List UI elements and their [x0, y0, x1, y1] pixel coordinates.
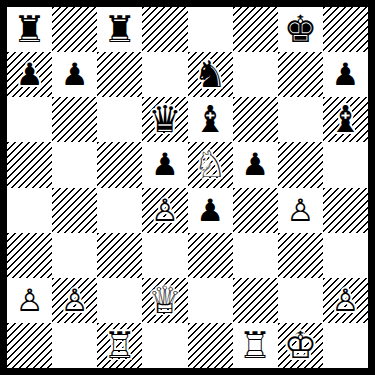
square-f5: ♟ [233, 142, 278, 187]
square-c4 [97, 188, 142, 233]
square-f8 [233, 7, 278, 52]
black-rook-icon: ♜ [13, 11, 46, 48]
square-b8 [52, 7, 97, 52]
black-pawn-icon: ♟ [241, 149, 269, 180]
square-h3 [323, 233, 368, 278]
black-pawn-icon: ♟ [151, 149, 179, 180]
white-pawn-icon: ♙ [151, 195, 179, 226]
square-c3 [97, 233, 142, 278]
square-a3 [7, 233, 52, 278]
square-h2: ♙ [323, 278, 368, 323]
square-b3 [52, 233, 97, 278]
square-a1 [7, 323, 52, 368]
square-a8: ♜ [7, 7, 52, 52]
square-h1 [323, 323, 368, 368]
board-frame: ♜♜♚♟♟♞♟♛♝♝♟♘♟♙♟♙♙♙♕♙♖♖♔ [0, 0, 375, 375]
square-h8 [323, 7, 368, 52]
square-h7: ♟ [323, 52, 368, 97]
square-e8 [188, 7, 233, 52]
white-rook-icon: ♖ [103, 327, 136, 364]
black-pawn-icon: ♟ [61, 59, 89, 90]
square-a2: ♙ [7, 278, 52, 323]
black-rook-icon: ♜ [103, 11, 136, 48]
white-pawn-icon: ♙ [332, 285, 360, 316]
square-e4: ♟ [188, 188, 233, 233]
white-pawn-icon: ♙ [286, 195, 314, 226]
white-pawn-icon: ♙ [16, 285, 44, 316]
black-bishop-icon: ♝ [329, 101, 362, 138]
square-e6: ♝ [188, 97, 233, 142]
square-f2 [233, 278, 278, 323]
square-d6: ♛ [142, 97, 187, 142]
black-pawn-icon: ♟ [332, 59, 360, 90]
square-c2 [97, 278, 142, 323]
square-f7 [233, 52, 278, 97]
square-c6 [97, 97, 142, 142]
square-b5 [52, 142, 97, 187]
white-pawn-icon: ♙ [61, 285, 89, 316]
square-b4 [52, 188, 97, 233]
white-rook-icon: ♖ [239, 327, 272, 364]
square-e2 [188, 278, 233, 323]
square-h5 [323, 142, 368, 187]
square-f3 [233, 233, 278, 278]
square-e3 [188, 233, 233, 278]
black-pawn-icon: ♟ [196, 195, 224, 226]
square-c1: ♖ [97, 323, 142, 368]
square-g4: ♙ [278, 188, 323, 233]
chess-board: ♜♜♚♟♟♞♟♛♝♝♟♘♟♙♟♙♙♙♕♙♖♖♔ [7, 7, 368, 368]
square-g2 [278, 278, 323, 323]
square-d4: ♙ [142, 188, 187, 233]
square-e7: ♞ [188, 52, 233, 97]
square-a6 [7, 97, 52, 142]
black-king-icon: ♚ [284, 11, 317, 48]
square-g6 [278, 97, 323, 142]
square-d7 [142, 52, 187, 97]
square-d2: ♕ [142, 278, 187, 323]
square-h4 [323, 188, 368, 233]
square-g7 [278, 52, 323, 97]
black-knight-icon: ♞ [193, 56, 226, 93]
square-f1: ♖ [233, 323, 278, 368]
square-d3 [142, 233, 187, 278]
square-g5 [278, 142, 323, 187]
square-a5 [7, 142, 52, 187]
white-king-icon: ♔ [284, 327, 317, 364]
square-d8 [142, 7, 187, 52]
square-b1 [52, 323, 97, 368]
white-knight-icon: ♘ [193, 146, 226, 183]
square-g3 [278, 233, 323, 278]
white-queen-icon: ♕ [148, 282, 181, 319]
black-pawn-icon: ♟ [16, 59, 44, 90]
black-bishop-icon: ♝ [193, 101, 226, 138]
square-b6 [52, 97, 97, 142]
square-b7: ♟ [52, 52, 97, 97]
square-a4 [7, 188, 52, 233]
square-c7 [97, 52, 142, 97]
square-f6 [233, 97, 278, 142]
square-g1: ♔ [278, 323, 323, 368]
chess-diagram-page: ♜♜♚♟♟♞♟♛♝♝♟♘♟♙♟♙♙♙♕♙♖♖♔ [0, 0, 375, 375]
square-c5 [97, 142, 142, 187]
square-g8: ♚ [278, 7, 323, 52]
square-d1 [142, 323, 187, 368]
square-c8: ♜ [97, 7, 142, 52]
square-a7: ♟ [7, 52, 52, 97]
square-e1 [188, 323, 233, 368]
square-h6: ♝ [323, 97, 368, 142]
square-e5: ♘ [188, 142, 233, 187]
black-queen-icon: ♛ [148, 101, 181, 138]
square-f4 [233, 188, 278, 233]
square-d5: ♟ [142, 142, 187, 187]
square-b2: ♙ [52, 278, 97, 323]
